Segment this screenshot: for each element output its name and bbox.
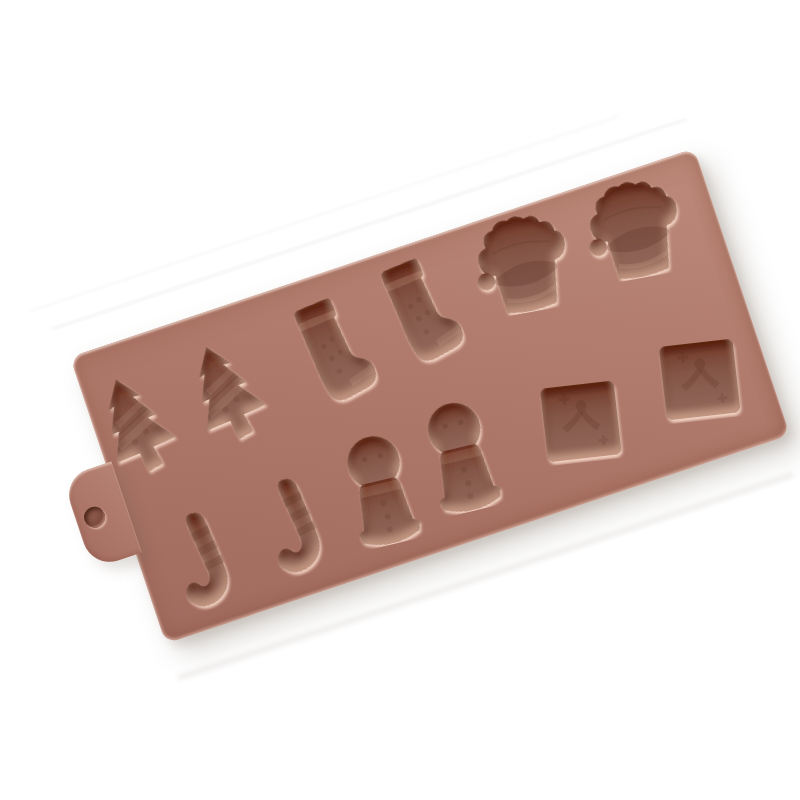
hanging-hole	[81, 504, 108, 531]
cavity-bell-1	[535, 376, 626, 467]
cavity-snowman-1	[330, 426, 430, 553]
product-photo-scene	[0, 0, 800, 800]
cavity-stocking-1	[283, 289, 385, 417]
cavity-cane-2	[245, 469, 337, 584]
cavity-layer	[70, 148, 790, 643]
cavity-snowman-2	[411, 393, 511, 520]
cavity-bell-2	[654, 334, 745, 425]
cavity-stocking-2	[370, 249, 472, 377]
cavity-santa-1	[463, 206, 583, 321]
cavity-cane-1	[153, 503, 245, 618]
cavity-santa-2	[575, 172, 695, 287]
chocolate-mold	[70, 148, 790, 643]
cavity-tree-2	[171, 331, 281, 461]
